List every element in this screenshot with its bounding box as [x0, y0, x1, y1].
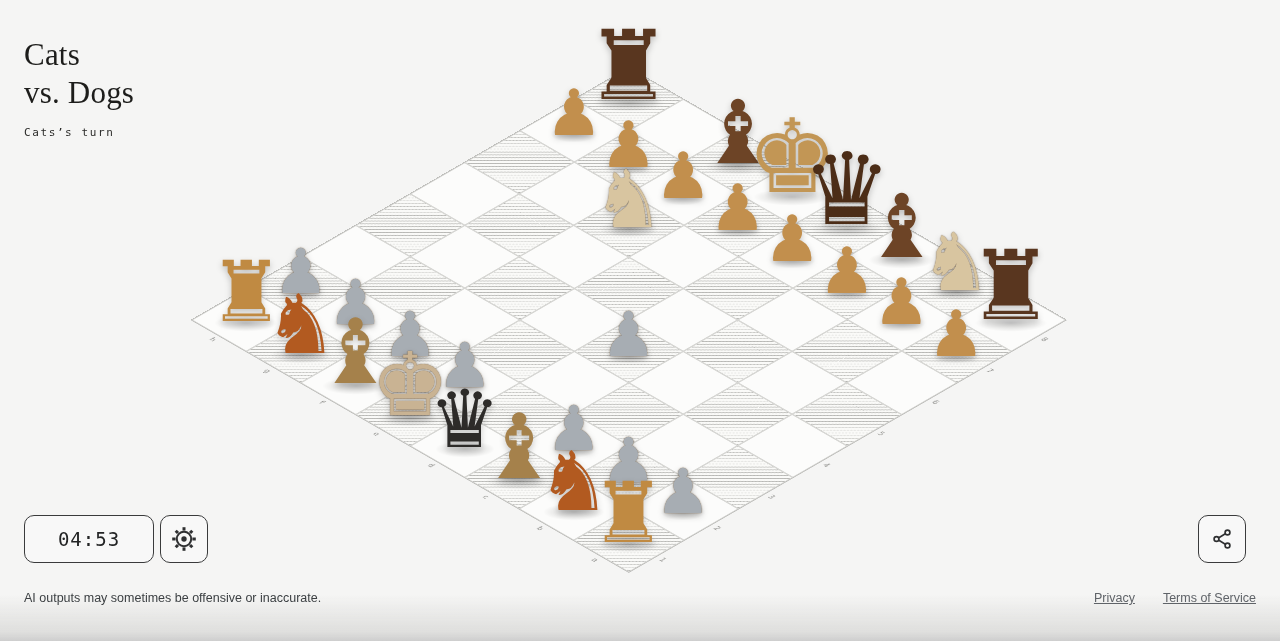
footer: AI outputs may sometimes be offensive or… — [0, 585, 1280, 611]
timer-value: 04:53 — [58, 528, 120, 550]
header: Cats vs. Dogs Cats’s turn — [24, 36, 134, 139]
title-line-1: Cats — [24, 36, 134, 74]
terms-link[interactable]: Terms of Service — [1163, 591, 1256, 605]
turn-status: Cats’s turn — [24, 126, 134, 139]
ai-disclaimer: AI outputs may sometimes be offensive or… — [24, 591, 321, 605]
share-icon — [1210, 527, 1234, 551]
timer[interactable]: 04:53 — [24, 515, 154, 563]
page-title: Cats vs. Dogs — [24, 36, 134, 112]
privacy-link[interactable]: Privacy — [1094, 591, 1135, 605]
share-button[interactable] — [1198, 515, 1246, 563]
title-line-2: vs. Dogs — [24, 74, 134, 112]
gear-icon — [171, 526, 197, 552]
settings-button[interactable] — [160, 515, 208, 563]
